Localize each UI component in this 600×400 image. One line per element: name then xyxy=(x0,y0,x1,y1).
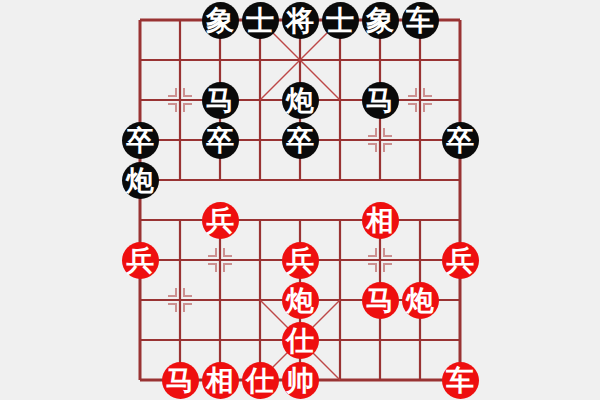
piece-black-chariot[interactable]: 车 xyxy=(402,2,439,39)
piece-glyph: 卒 xyxy=(446,127,474,155)
xiangqi-app: 象士将士象车马炮马卒卒卒卒炮兵相兵兵兵炮马炮仕马相仕帅车 xyxy=(0,0,600,400)
piece-glyph: 炮 xyxy=(406,287,434,315)
piece-black-advisor[interactable]: 士 xyxy=(322,2,359,39)
piece-glyph: 卒 xyxy=(126,127,154,155)
piece-glyph: 象 xyxy=(366,7,394,35)
piece-glyph: 仕 xyxy=(286,327,314,355)
piece-black-soldier[interactable]: 卒 xyxy=(202,122,239,159)
piece-glyph: 车 xyxy=(446,367,474,395)
piece-black-elephant[interactable]: 象 xyxy=(202,2,239,39)
piece-glyph: 兵 xyxy=(446,247,474,275)
piece-red-soldier[interactable]: 兵 xyxy=(282,242,319,279)
piece-glyph: 炮 xyxy=(126,167,154,195)
piece-black-advisor[interactable]: 士 xyxy=(242,2,279,39)
piece-glyph: 帅 xyxy=(286,367,314,395)
piece-black-cannon[interactable]: 炮 xyxy=(282,82,319,119)
piece-glyph: 相 xyxy=(366,207,394,235)
piece-red-chariot[interactable]: 车 xyxy=(442,362,479,399)
piece-glyph: 炮 xyxy=(286,87,314,115)
piece-black-cannon[interactable]: 炮 xyxy=(122,162,159,199)
piece-red-advisor[interactable]: 仕 xyxy=(242,362,279,399)
piece-black-horse[interactable]: 马 xyxy=(362,82,399,119)
piece-red-horse[interactable]: 马 xyxy=(362,282,399,319)
piece-red-cannon[interactable]: 炮 xyxy=(402,282,439,319)
piece-glyph: 马 xyxy=(366,87,394,115)
piece-black-general[interactable]: 将 xyxy=(282,2,319,39)
piece-glyph: 兵 xyxy=(206,207,234,235)
piece-glyph: 卒 xyxy=(206,127,234,155)
piece-glyph: 将 xyxy=(286,7,314,35)
piece-red-soldier[interactable]: 兵 xyxy=(122,242,159,279)
piece-red-elephant[interactable]: 相 xyxy=(202,362,239,399)
piece-glyph: 炮 xyxy=(286,287,314,315)
piece-red-horse[interactable]: 马 xyxy=(162,362,199,399)
piece-glyph: 马 xyxy=(206,87,234,115)
piece-glyph: 士 xyxy=(246,7,274,35)
piece-black-horse[interactable]: 马 xyxy=(202,82,239,119)
piece-red-soldier[interactable]: 兵 xyxy=(202,202,239,239)
piece-black-elephant[interactable]: 象 xyxy=(362,2,399,39)
piece-red-cannon[interactable]: 炮 xyxy=(282,282,319,319)
piece-black-soldier[interactable]: 卒 xyxy=(282,122,319,159)
piece-glyph: 士 xyxy=(326,7,354,35)
piece-black-soldier[interactable]: 卒 xyxy=(122,122,159,159)
piece-glyph: 车 xyxy=(406,7,434,35)
piece-black-soldier[interactable]: 卒 xyxy=(442,122,479,159)
piece-red-advisor[interactable]: 仕 xyxy=(282,322,319,359)
piece-red-elephant[interactable]: 相 xyxy=(362,202,399,239)
piece-glyph: 仕 xyxy=(246,367,274,395)
piece-glyph: 兵 xyxy=(286,247,314,275)
piece-glyph: 卒 xyxy=(286,127,314,155)
piece-glyph: 象 xyxy=(206,7,234,35)
piece-red-soldier[interactable]: 兵 xyxy=(442,242,479,279)
piece-glyph: 马 xyxy=(166,367,194,395)
xiangqi-board[interactable]: 象士将士象车马炮马卒卒卒卒炮兵相兵兵兵炮马炮仕马相仕帅车 xyxy=(120,0,480,400)
piece-glyph: 兵 xyxy=(126,247,154,275)
piece-glyph: 相 xyxy=(206,367,234,395)
piece-glyph: 马 xyxy=(366,287,394,315)
piece-red-general[interactable]: 帅 xyxy=(282,362,319,399)
